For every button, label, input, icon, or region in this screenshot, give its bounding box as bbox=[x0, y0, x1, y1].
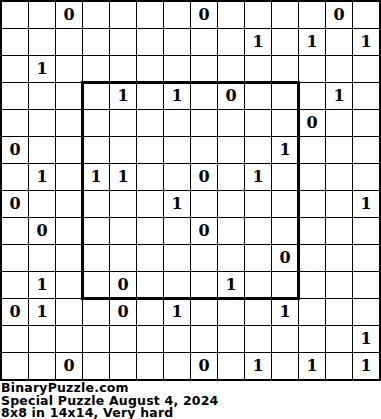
cell-r12c6[interactable] bbox=[164, 326, 190, 352]
cell-r7c12[interactable] bbox=[326, 191, 352, 217]
cell-r11c8[interactable] bbox=[218, 299, 244, 325]
cell-r0c6[interactable] bbox=[164, 2, 190, 28]
cell-r1c13: 1 bbox=[353, 29, 379, 55]
cell-r0c2: 0 bbox=[56, 2, 82, 28]
cell-r0c13[interactable] bbox=[353, 2, 379, 28]
cell-r12c5[interactable] bbox=[137, 326, 163, 352]
cell-r11c0: 0 bbox=[2, 299, 28, 325]
cell-r13c2: 0 bbox=[56, 353, 82, 379]
cell-r11c10: 1 bbox=[272, 299, 298, 325]
cell-r6c8[interactable] bbox=[218, 164, 244, 190]
cell-r4c12[interactable] bbox=[326, 110, 352, 136]
cell-r4c13[interactable] bbox=[353, 110, 379, 136]
cell-r10c1: 1 bbox=[29, 272, 55, 298]
cell-r7c1[interactable] bbox=[29, 191, 55, 217]
cell-r8c7: 0 bbox=[191, 218, 217, 244]
cell-r8c5[interactable] bbox=[137, 218, 163, 244]
cell-r5c4[interactable] bbox=[110, 137, 136, 163]
cell-r11c6: 1 bbox=[164, 299, 190, 325]
cell-r2c3[interactable] bbox=[83, 56, 109, 82]
cell-r11c2[interactable] bbox=[56, 299, 82, 325]
cell-r12c10[interactable] bbox=[272, 326, 298, 352]
cell-r13c10[interactable] bbox=[272, 353, 298, 379]
cell-r2c0[interactable] bbox=[2, 56, 28, 82]
cell-r10c9[interactable] bbox=[245, 272, 271, 298]
cell-r7c4[interactable] bbox=[110, 191, 136, 217]
cell-r7c8[interactable] bbox=[218, 191, 244, 217]
cell-r13c8[interactable] bbox=[218, 353, 244, 379]
cell-r0c7: 0 bbox=[191, 2, 217, 28]
cell-r1c0[interactable] bbox=[2, 29, 28, 55]
cell-r2c2[interactable] bbox=[56, 56, 82, 82]
cell-r1c8[interactable] bbox=[218, 29, 244, 55]
cell-r1c7[interactable] bbox=[191, 29, 217, 55]
cell-r9c9[interactable] bbox=[245, 245, 271, 271]
cell-r3c2[interactable] bbox=[56, 83, 82, 109]
cell-r8c13[interactable] bbox=[353, 218, 379, 244]
cell-r4c6[interactable] bbox=[164, 110, 190, 136]
cell-r5c0: 0 bbox=[2, 137, 28, 163]
cell-r9c11[interactable] bbox=[299, 245, 325, 271]
cell-r0c12: 0 bbox=[326, 2, 352, 28]
cell-r5c9[interactable] bbox=[245, 137, 271, 163]
cell-r1c10[interactable] bbox=[272, 29, 298, 55]
cell-r3c1[interactable] bbox=[29, 83, 55, 109]
cell-r13c11: 1 bbox=[299, 353, 325, 379]
cell-r10c5[interactable] bbox=[137, 272, 163, 298]
cell-r5c7[interactable] bbox=[191, 137, 217, 163]
cell-r10c2[interactable] bbox=[56, 272, 82, 298]
cell-r6c10[interactable] bbox=[272, 164, 298, 190]
cell-r10c11[interactable] bbox=[299, 272, 325, 298]
cell-r1c4[interactable] bbox=[110, 29, 136, 55]
cell-r1c9: 1 bbox=[245, 29, 271, 55]
cell-r3c12: 1 bbox=[326, 83, 352, 109]
cell-r5c1[interactable] bbox=[29, 137, 55, 163]
cell-r5c10: 1 bbox=[272, 137, 298, 163]
cell-r9c5[interactable] bbox=[137, 245, 163, 271]
cell-r7c11[interactable] bbox=[299, 191, 325, 217]
cell-r9c3[interactable] bbox=[83, 245, 109, 271]
cell-r6c13[interactable] bbox=[353, 164, 379, 190]
cell-r1c1[interactable] bbox=[29, 29, 55, 55]
cell-r6c5[interactable] bbox=[137, 164, 163, 190]
cell-r12c3[interactable] bbox=[83, 326, 109, 352]
cell-r10c7[interactable] bbox=[191, 272, 217, 298]
cell-r2c13[interactable] bbox=[353, 56, 379, 82]
cell-r9c2[interactable] bbox=[56, 245, 82, 271]
cell-r4c3[interactable] bbox=[83, 110, 109, 136]
cell-r7c9[interactable] bbox=[245, 191, 271, 217]
cell-r4c2[interactable] bbox=[56, 110, 82, 136]
cell-r8c3[interactable] bbox=[83, 218, 109, 244]
cell-r13c4[interactable] bbox=[110, 353, 136, 379]
cell-r13c7: 0 bbox=[191, 353, 217, 379]
cell-r12c2[interactable] bbox=[56, 326, 82, 352]
cell-r0c3[interactable] bbox=[83, 2, 109, 28]
cell-r3c0[interactable] bbox=[2, 83, 28, 109]
cell-r0c11[interactable] bbox=[299, 2, 325, 28]
cell-r4c5[interactable] bbox=[137, 110, 163, 136]
cell-r7c5[interactable] bbox=[137, 191, 163, 217]
cell-r8c11[interactable] bbox=[299, 218, 325, 244]
cell-r11c12[interactable] bbox=[326, 299, 352, 325]
cell-r11c7[interactable] bbox=[191, 299, 217, 325]
cell-r7c0: 0 bbox=[2, 191, 28, 217]
cell-r10c12[interactable] bbox=[326, 272, 352, 298]
cell-r8c2[interactable] bbox=[56, 218, 82, 244]
cell-r7c2[interactable] bbox=[56, 191, 82, 217]
cell-r5c8[interactable] bbox=[218, 137, 244, 163]
cell-r4c1[interactable] bbox=[29, 110, 55, 136]
cell-r11c13[interactable] bbox=[353, 299, 379, 325]
cell-r3c13[interactable] bbox=[353, 83, 379, 109]
cell-r10c4: 0 bbox=[110, 272, 136, 298]
cell-r13c0[interactable] bbox=[2, 353, 28, 379]
cell-r11c1: 1 bbox=[29, 299, 55, 325]
cell-r12c0[interactable] bbox=[2, 326, 28, 352]
cell-r3c11[interactable] bbox=[299, 83, 325, 109]
cell-r2c5[interactable] bbox=[137, 56, 163, 82]
cell-r6c7: 0 bbox=[191, 164, 217, 190]
cell-r9c4[interactable] bbox=[110, 245, 136, 271]
cell-r2c8[interactable] bbox=[218, 56, 244, 82]
cell-r9c6[interactable] bbox=[164, 245, 190, 271]
cell-r3c3[interactable] bbox=[83, 83, 109, 109]
cell-r4c7[interactable] bbox=[191, 110, 217, 136]
cell-r13c13: 1 bbox=[353, 353, 379, 379]
cell-r13c9: 1 bbox=[245, 353, 271, 379]
cell-r5c5[interactable] bbox=[137, 137, 163, 163]
cell-r5c6[interactable] bbox=[164, 137, 190, 163]
cell-r12c4[interactable] bbox=[110, 326, 136, 352]
cell-r9c8[interactable] bbox=[218, 245, 244, 271]
cell-r0c4[interactable] bbox=[110, 2, 136, 28]
cell-r11c4: 0 bbox=[110, 299, 136, 325]
cell-r0c1[interactable] bbox=[29, 2, 55, 28]
cell-r8c6[interactable] bbox=[164, 218, 190, 244]
cell-r13c6[interactable] bbox=[164, 353, 190, 379]
cell-r5c3[interactable] bbox=[83, 137, 109, 163]
cell-r1c6[interactable] bbox=[164, 29, 190, 55]
cell-r9c12[interactable] bbox=[326, 245, 352, 271]
cell-r8c1: 0 bbox=[29, 218, 55, 244]
cell-r10c13[interactable] bbox=[353, 272, 379, 298]
cell-r6c4: 1 bbox=[110, 164, 136, 190]
cell-r11c3[interactable] bbox=[83, 299, 109, 325]
cell-r5c12[interactable] bbox=[326, 137, 352, 163]
cell-r3c6: 1 bbox=[164, 83, 190, 109]
cell-r2c4[interactable] bbox=[110, 56, 136, 82]
cell-r3c5[interactable] bbox=[137, 83, 163, 109]
cell-r9c7[interactable] bbox=[191, 245, 217, 271]
cell-r0c8[interactable] bbox=[218, 2, 244, 28]
cell-r2c10[interactable] bbox=[272, 56, 298, 82]
cell-r11c11[interactable] bbox=[299, 299, 325, 325]
cell-r6c3: 1 bbox=[83, 164, 109, 190]
cell-r8c9[interactable] bbox=[245, 218, 271, 244]
cell-r0c0[interactable] bbox=[2, 2, 28, 28]
puzzle-board: 000111111010011110101100010101011100111 bbox=[0, 0, 381, 381]
cell-r4c9[interactable] bbox=[245, 110, 271, 136]
cell-r1c2[interactable] bbox=[56, 29, 82, 55]
cell-r7c7[interactable] bbox=[191, 191, 217, 217]
cell-r7c13: 1 bbox=[353, 191, 379, 217]
cell-r1c11: 1 bbox=[299, 29, 325, 55]
cell-r10c8: 1 bbox=[218, 272, 244, 298]
cell-r2c6[interactable] bbox=[164, 56, 190, 82]
cell-r10c6[interactable] bbox=[164, 272, 190, 298]
cell-r12c7[interactable] bbox=[191, 326, 217, 352]
cell-r4c10[interactable] bbox=[272, 110, 298, 136]
cell-r2c12[interactable] bbox=[326, 56, 352, 82]
cell-r13c1[interactable] bbox=[29, 353, 55, 379]
cell-r3c7[interactable] bbox=[191, 83, 217, 109]
cell-r4c8[interactable] bbox=[218, 110, 244, 136]
cell-r1c5[interactable] bbox=[137, 29, 163, 55]
cell-r8c4[interactable] bbox=[110, 218, 136, 244]
cell-r8c0[interactable] bbox=[2, 218, 28, 244]
cell-r0c5[interactable] bbox=[137, 2, 163, 28]
cell-r1c3[interactable] bbox=[83, 29, 109, 55]
cell-r0c9[interactable] bbox=[245, 2, 271, 28]
cell-r2c7[interactable] bbox=[191, 56, 217, 82]
cell-r1c12[interactable] bbox=[326, 29, 352, 55]
cell-r6c1: 1 bbox=[29, 164, 55, 190]
cell-r11c9[interactable] bbox=[245, 299, 271, 325]
cell-r12c1[interactable] bbox=[29, 326, 55, 352]
caption: BinaryPuzzle.com Special Puzzle August 4… bbox=[0, 381, 381, 419]
cell-r3c8: 0 bbox=[218, 83, 244, 109]
cell-r2c11[interactable] bbox=[299, 56, 325, 82]
cell-r8c12[interactable] bbox=[326, 218, 352, 244]
cell-r13c5[interactable] bbox=[137, 353, 163, 379]
cell-r6c9: 1 bbox=[245, 164, 271, 190]
cell-r11c5[interactable] bbox=[137, 299, 163, 325]
cell-r5c11[interactable] bbox=[299, 137, 325, 163]
cell-r10c10[interactable] bbox=[272, 272, 298, 298]
cell-r6c11[interactable] bbox=[299, 164, 325, 190]
cell-r3c4: 1 bbox=[110, 83, 136, 109]
cell-r12c8[interactable] bbox=[218, 326, 244, 352]
cell-r5c2[interactable] bbox=[56, 137, 82, 163]
cell-r4c11: 0 bbox=[299, 110, 325, 136]
cell-r4c0[interactable] bbox=[2, 110, 28, 136]
cell-r13c12[interactable] bbox=[326, 353, 352, 379]
cell-r3c9[interactable] bbox=[245, 83, 271, 109]
cell-r6c0[interactable] bbox=[2, 164, 28, 190]
cell-r2c9[interactable] bbox=[245, 56, 271, 82]
cell-r9c10: 0 bbox=[272, 245, 298, 271]
cell-r0c10[interactable] bbox=[272, 2, 298, 28]
cell-r12c12[interactable] bbox=[326, 326, 352, 352]
cell-r6c2[interactable] bbox=[56, 164, 82, 190]
cell-r7c6: 1 bbox=[164, 191, 190, 217]
cell-r9c1[interactable] bbox=[29, 245, 55, 271]
cell-r8c8[interactable] bbox=[218, 218, 244, 244]
cell-r10c0[interactable] bbox=[2, 272, 28, 298]
cell-r7c10[interactable] bbox=[272, 191, 298, 217]
cell-r4c4[interactable] bbox=[110, 110, 136, 136]
cell-r12c9[interactable] bbox=[245, 326, 271, 352]
cell-r10c3[interactable] bbox=[83, 272, 109, 298]
cell-r9c13[interactable] bbox=[353, 245, 379, 271]
cell-r12c11[interactable] bbox=[299, 326, 325, 352]
cell-r13c3[interactable] bbox=[83, 353, 109, 379]
cell-r7c3[interactable] bbox=[83, 191, 109, 217]
cell-r6c12[interactable] bbox=[326, 164, 352, 190]
cell-r6c6[interactable] bbox=[164, 164, 190, 190]
puzzle-meta: 8x8 in 14x14, Very hard bbox=[1, 407, 381, 419]
cell-r3c10[interactable] bbox=[272, 83, 298, 109]
cell-r9c0[interactable] bbox=[2, 245, 28, 271]
cell-r8c10[interactable] bbox=[272, 218, 298, 244]
cell-r12c13: 1 bbox=[353, 326, 379, 352]
cell-r5c13[interactable] bbox=[353, 137, 379, 163]
cell-r2c1: 1 bbox=[29, 56, 55, 82]
